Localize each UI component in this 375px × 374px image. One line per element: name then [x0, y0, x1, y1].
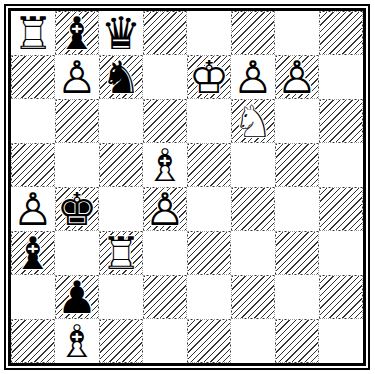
black-knight-icon: ♞	[100, 56, 142, 98]
square-e2[interactable]	[187, 275, 231, 319]
square-e3[interactable]	[187, 231, 231, 275]
square-e6[interactable]	[187, 99, 231, 143]
square-c3[interactable]: ♜♖	[99, 231, 143, 275]
black-bishop-halo: ♝	[56, 12, 98, 54]
square-d4[interactable]: ♟♙	[143, 187, 187, 231]
black-queen-halo: ♛	[99, 11, 143, 55]
white-pawn-icon: ♙	[231, 55, 275, 99]
square-c2[interactable]	[99, 275, 143, 319]
square-f2[interactable]	[231, 275, 275, 319]
board-frame: ♜♖♝♝♛♛♟♙♞♞♚♔♟♙♟♙♞♘♝♗♟♙♚♚♟♙♝♝♜♖♟♟♝♗	[8, 8, 366, 366]
square-e8[interactable]	[187, 11, 231, 55]
square-a7[interactable]	[11, 55, 55, 99]
white-bishop-icon: ♗	[143, 143, 187, 187]
square-h2[interactable]	[319, 275, 363, 319]
black-bishop-icon: ♝	[56, 12, 98, 54]
black-bishop-icon: ♝	[12, 232, 54, 274]
white-pawn-halo: ♟	[144, 188, 186, 230]
square-g8[interactable]	[275, 11, 319, 55]
square-g7[interactable]: ♟♙	[275, 55, 319, 99]
white-pawn-halo: ♟	[11, 187, 55, 231]
square-b7[interactable]: ♟♙	[55, 55, 99, 99]
square-a3[interactable]: ♝♝	[11, 231, 55, 275]
square-h6[interactable]	[319, 99, 363, 143]
square-h4[interactable]	[319, 187, 363, 231]
square-g1[interactable]	[275, 319, 319, 363]
black-king-icon: ♚	[56, 188, 98, 230]
square-h5[interactable]	[319, 143, 363, 187]
square-h8[interactable]	[319, 11, 363, 55]
square-d2[interactable]	[143, 275, 187, 319]
white-king-halo: ♚	[188, 56, 230, 98]
square-f6[interactable]: ♞♘	[231, 99, 275, 143]
square-d8[interactable]	[143, 11, 187, 55]
white-pawn-icon: ♙	[276, 56, 318, 98]
black-queen-icon: ♛	[99, 11, 143, 55]
black-bishop-halo: ♝	[12, 232, 54, 274]
white-pawn-icon: ♙	[144, 188, 186, 230]
square-c7[interactable]: ♞♞	[99, 55, 143, 99]
square-a6[interactable]	[11, 99, 55, 143]
square-f1[interactable]	[231, 319, 275, 363]
white-rook-icon: ♖	[100, 232, 142, 274]
black-pawn-halo: ♟	[56, 276, 98, 318]
black-king-halo: ♚	[56, 188, 98, 230]
square-a8[interactable]: ♜♖	[11, 11, 55, 55]
square-b3[interactable]	[55, 231, 99, 275]
white-bishop-halo: ♝	[55, 319, 99, 363]
chess-board: ♜♖♝♝♛♛♟♙♞♞♚♔♟♙♟♙♞♘♝♗♟♙♚♚♟♙♝♝♜♖♟♟♝♗	[11, 11, 363, 363]
square-e1[interactable]	[187, 319, 231, 363]
chess-diagram-page: ♜♖♝♝♛♛♟♙♞♞♚♔♟♙♟♙♞♘♝♗♟♙♚♚♟♙♝♝♜♖♟♟♝♗	[0, 0, 375, 374]
square-d6[interactable]	[143, 99, 187, 143]
white-rook-halo: ♜	[100, 232, 142, 274]
white-knight-halo: ♞	[232, 100, 274, 142]
white-pawn-halo: ♟	[276, 56, 318, 98]
square-e5[interactable]	[187, 143, 231, 187]
square-e7[interactable]: ♚♔	[187, 55, 231, 99]
square-f4[interactable]	[231, 187, 275, 231]
square-c6[interactable]	[99, 99, 143, 143]
square-d7[interactable]	[143, 55, 187, 99]
square-f3[interactable]	[231, 231, 275, 275]
square-b6[interactable]	[55, 99, 99, 143]
square-a1[interactable]	[11, 319, 55, 363]
square-f7[interactable]: ♟♙	[231, 55, 275, 99]
square-d3[interactable]	[143, 231, 187, 275]
square-c5[interactable]	[99, 143, 143, 187]
square-h1[interactable]	[319, 319, 363, 363]
square-c8[interactable]: ♛♛	[99, 11, 143, 55]
square-c4[interactable]	[99, 187, 143, 231]
square-a2[interactable]	[11, 275, 55, 319]
white-bishop-icon: ♗	[55, 319, 99, 363]
square-h3[interactable]	[319, 231, 363, 275]
square-b1[interactable]: ♝♗	[55, 319, 99, 363]
square-f8[interactable]	[231, 11, 275, 55]
square-g5[interactable]	[275, 143, 319, 187]
diagram-outer-frame: ♜♖♝♝♛♛♟♙♞♞♚♔♟♙♟♙♞♘♝♗♟♙♚♚♟♙♝♝♜♖♟♟♝♗	[4, 4, 370, 370]
square-e4[interactable]	[187, 187, 231, 231]
black-pawn-icon: ♟	[56, 276, 98, 318]
white-pawn-icon: ♙	[55, 55, 99, 99]
square-h7[interactable]	[319, 55, 363, 99]
square-b4[interactable]: ♚♚	[55, 187, 99, 231]
square-g2[interactable]	[275, 275, 319, 319]
square-g6[interactable]	[275, 99, 319, 143]
square-b2[interactable]: ♟♟	[55, 275, 99, 319]
square-d1[interactable]	[143, 319, 187, 363]
black-knight-halo: ♞	[100, 56, 142, 98]
square-f5[interactable]	[231, 143, 275, 187]
square-a5[interactable]	[11, 143, 55, 187]
square-a4[interactable]: ♟♙	[11, 187, 55, 231]
square-c1[interactable]	[99, 319, 143, 363]
white-knight-icon: ♘	[232, 100, 274, 142]
white-pawn-icon: ♙	[11, 187, 55, 231]
square-b8[interactable]: ♝♝	[55, 11, 99, 55]
white-king-icon: ♔	[188, 56, 230, 98]
square-b5[interactable]	[55, 143, 99, 187]
square-g3[interactable]	[275, 231, 319, 275]
white-pawn-halo: ♟	[55, 55, 99, 99]
square-g4[interactable]	[275, 187, 319, 231]
white-rook-icon: ♖	[11, 11, 55, 55]
square-d5[interactable]: ♝♗	[143, 143, 187, 187]
white-bishop-halo: ♝	[143, 143, 187, 187]
white-rook-halo: ♜	[11, 11, 55, 55]
white-pawn-halo: ♟	[231, 55, 275, 99]
